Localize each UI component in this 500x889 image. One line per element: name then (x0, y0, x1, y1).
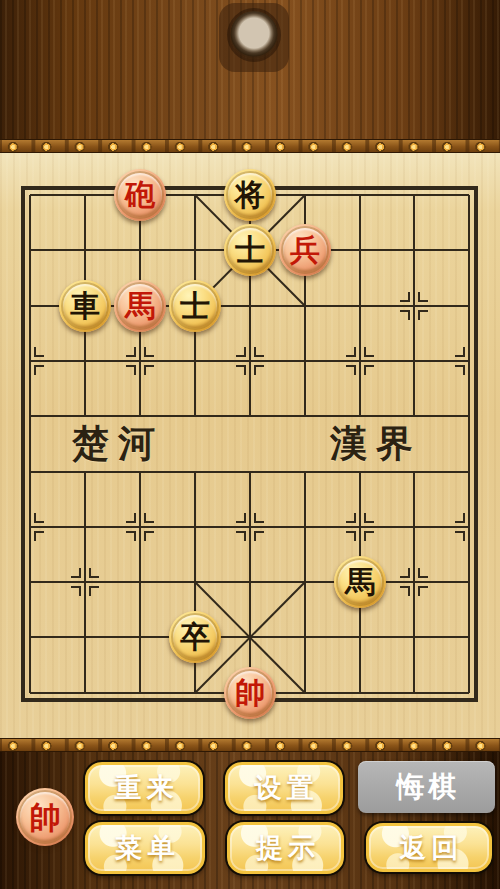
position-marker (419, 568, 428, 577)
piece-char: 帥 (235, 678, 265, 708)
piece-char: 卒 (180, 622, 210, 652)
position-marker (71, 587, 80, 596)
piece-black-advisor-e9[interactable]: 士 (224, 224, 276, 276)
position-marker (236, 513, 245, 522)
position-marker (236, 366, 245, 375)
position-marker (346, 347, 355, 356)
position-marker (126, 347, 135, 356)
piece-char: 士 (235, 235, 265, 265)
position-marker (365, 513, 374, 522)
position-marker (90, 587, 99, 596)
position-marker (126, 366, 135, 375)
piece-black-advisor-d8[interactable]: 士 (169, 280, 221, 332)
position-marker (400, 587, 409, 596)
hint-button[interactable]: 提示 (227, 822, 344, 874)
position-marker (400, 568, 409, 577)
position-marker (419, 292, 428, 301)
settings-button[interactable]: 设置 (225, 762, 343, 814)
position-marker (419, 587, 428, 596)
piece-char: 士 (180, 291, 210, 321)
position-marker (145, 366, 154, 375)
position-marker (365, 347, 374, 356)
position-marker (236, 347, 245, 356)
position-marker (145, 513, 154, 522)
position-marker (419, 311, 428, 320)
river-label-chu-he: 楚河 (72, 421, 164, 465)
piece-char: 車 (70, 291, 100, 321)
position-marker (455, 347, 464, 356)
piece-char: 馬 (345, 567, 375, 597)
position-marker (255, 347, 264, 356)
position-marker (145, 347, 154, 356)
position-marker (255, 532, 264, 541)
position-marker (346, 513, 355, 522)
piece-black-chariot-b8[interactable]: 車 (59, 280, 111, 332)
piece-black-horse-g3[interactable]: 馬 (334, 556, 386, 608)
position-marker (90, 568, 99, 577)
position-marker (71, 568, 80, 577)
piece-red-horse-c8[interactable]: 馬 (114, 280, 166, 332)
position-marker (145, 532, 154, 541)
turn-indicator-char: 帥 (30, 802, 61, 833)
position-marker (455, 532, 464, 541)
position-marker (346, 532, 355, 541)
position-marker (236, 532, 245, 541)
position-marker (455, 366, 464, 375)
position-marker (126, 513, 135, 522)
position-marker (255, 366, 264, 375)
piece-char: 馬 (125, 291, 155, 321)
position-marker (346, 366, 355, 375)
piece-char: 将 (235, 180, 265, 210)
position-marker (255, 513, 264, 522)
piece-black-general-e10[interactable]: 将 (224, 169, 276, 221)
position-marker (126, 532, 135, 541)
undo-button[interactable]: 悔棋 (358, 761, 495, 813)
back-button[interactable]: 返回 (366, 823, 492, 872)
position-marker (455, 513, 464, 522)
position-marker (400, 292, 409, 301)
piece-char: 兵 (290, 235, 320, 265)
position-marker (365, 366, 374, 375)
position-marker (35, 513, 44, 522)
menu-button[interactable]: 菜单 (85, 822, 205, 874)
position-marker (35, 532, 44, 541)
piece-black-soldier-d2[interactable]: 卒 (169, 611, 221, 663)
position-marker (400, 311, 409, 320)
turn-indicator-red-general: 帥 (16, 788, 74, 846)
position-marker (365, 532, 374, 541)
piece-red-cannon-c10[interactable]: 砲 (114, 169, 166, 221)
river-label-han-jie: 漢界 (330, 421, 422, 465)
piece-red-soldier-f9[interactable]: 兵 (279, 224, 331, 276)
restart-button[interactable]: 重来 (85, 762, 203, 814)
xiangqi-app-screen: 楚河 漢界 砲将士兵車馬士馬卒帥 帥 重来 设置 悔棋 菜单 提示 返回 (0, 0, 500, 889)
position-marker (35, 366, 44, 375)
piece-char: 砲 (125, 180, 155, 210)
position-marker (35, 347, 44, 356)
piece-red-general-e1[interactable]: 帥 (224, 667, 276, 719)
